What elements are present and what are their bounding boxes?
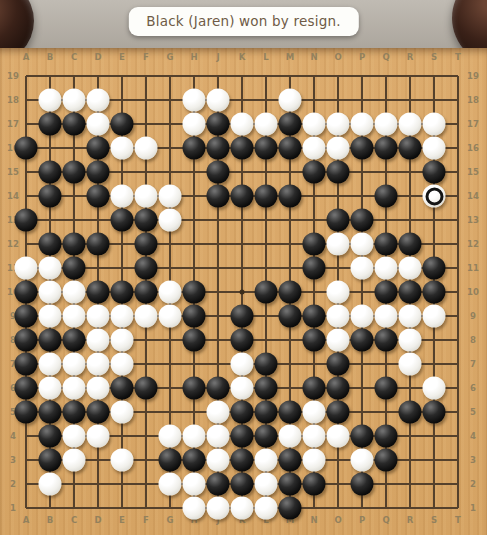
coord-label-row: 14 <box>7 192 19 201</box>
stone-black-K5 <box>231 401 254 424</box>
stone-white-B7 <box>39 353 62 376</box>
stone-black-K9 <box>231 305 254 328</box>
stone-white-Q9 <box>375 305 398 328</box>
stone-white-P3 <box>351 449 374 472</box>
coord-label-column: N <box>310 53 317 62</box>
coord-label-column: Q <box>382 53 389 62</box>
stone-white-S17 <box>423 113 446 136</box>
stone-black-H9 <box>183 305 206 328</box>
stone-black-N9 <box>303 305 326 328</box>
stone-black-D12 <box>87 233 110 256</box>
coord-label-row: 17 <box>467 120 479 129</box>
stone-white-G13 <box>159 209 182 232</box>
coord-label-row: 18 <box>467 96 479 105</box>
stone-white-N3 <box>303 449 326 472</box>
stone-white-O9 <box>327 305 350 328</box>
stone-white-J1 <box>207 497 230 520</box>
stone-black-Q12 <box>375 233 398 256</box>
stone-white-M18 <box>279 89 302 112</box>
stone-white-L1 <box>255 497 278 520</box>
stone-white-N16 <box>303 137 326 160</box>
game-result-banner: Black (Jaren) won by resign. <box>128 7 358 36</box>
stone-black-B4 <box>39 425 62 448</box>
stone-black-H16 <box>183 137 206 160</box>
stone-black-H10 <box>183 281 206 304</box>
coord-label-column: R <box>407 53 414 62</box>
stone-white-E8 <box>111 329 134 352</box>
stone-white-B11 <box>39 257 62 280</box>
coord-label-row: 11 <box>467 264 479 273</box>
coord-label-row: 12 <box>467 240 479 249</box>
stone-white-R17 <box>399 113 422 136</box>
stone-white-S16 <box>423 137 446 160</box>
stone-black-D16 <box>87 137 110 160</box>
stone-white-K1 <box>231 497 254 520</box>
stone-black-Q4 <box>375 425 398 448</box>
stone-black-P4 <box>351 425 374 448</box>
stone-white-S6 <box>423 377 446 400</box>
stone-white-P12 <box>351 233 374 256</box>
stone-black-A9 <box>15 305 38 328</box>
stone-white-J3 <box>207 449 230 472</box>
last-move-marker <box>425 187 443 205</box>
stone-white-J18 <box>207 89 230 112</box>
stone-black-K16 <box>231 137 254 160</box>
stone-white-D9 <box>87 305 110 328</box>
stone-black-C8 <box>63 329 86 352</box>
coord-label-row: 9 <box>470 312 476 321</box>
stone-black-B15 <box>39 161 62 184</box>
stone-white-G9 <box>159 305 182 328</box>
stone-black-N11 <box>303 257 326 280</box>
stone-black-J2 <box>207 473 230 496</box>
coord-label-row: 8 <box>470 336 476 345</box>
stone-black-Q8 <box>375 329 398 352</box>
stone-white-Q17 <box>375 113 398 136</box>
coord-label-column: H <box>190 53 197 62</box>
stone-black-O13 <box>327 209 350 232</box>
coord-label-row: 15 <box>467 168 479 177</box>
stone-black-P16 <box>351 137 374 160</box>
stone-black-D14 <box>87 185 110 208</box>
stone-black-O6 <box>327 377 350 400</box>
stone-white-J5 <box>207 401 230 424</box>
stone-white-O12 <box>327 233 350 256</box>
stone-black-Q3 <box>375 449 398 472</box>
stone-white-H2 <box>183 473 206 496</box>
coord-label-row: 19 <box>7 72 19 81</box>
stone-black-M17 <box>279 113 302 136</box>
coord-label-column: F <box>143 516 149 525</box>
stone-white-A11 <box>15 257 38 280</box>
stone-black-S15 <box>423 161 446 184</box>
stone-white-E7 <box>111 353 134 376</box>
stone-black-B5 <box>39 401 62 424</box>
stone-black-B14 <box>39 185 62 208</box>
stone-white-B6 <box>39 377 62 400</box>
stone-black-S11 <box>423 257 446 280</box>
stone-white-N4 <box>303 425 326 448</box>
coord-label-row: 15 <box>7 168 19 177</box>
stone-white-F14 <box>135 185 158 208</box>
stone-white-D7 <box>87 353 110 376</box>
stone-black-E17 <box>111 113 134 136</box>
stone-black-Q10 <box>375 281 398 304</box>
coord-label-row: 5 <box>470 408 476 417</box>
stone-black-P8 <box>351 329 374 352</box>
stone-black-A5 <box>15 401 38 424</box>
stone-white-D4 <box>87 425 110 448</box>
coord-label-column: T <box>455 516 461 525</box>
coord-label-column: O <box>334 53 341 62</box>
stone-black-N6 <box>303 377 326 400</box>
coord-label-column: E <box>119 53 125 62</box>
stone-black-A16 <box>15 137 38 160</box>
stone-black-D5 <box>87 401 110 424</box>
stone-black-K2 <box>231 473 254 496</box>
stone-black-F12 <box>135 233 158 256</box>
stone-white-C7 <box>63 353 86 376</box>
stone-black-E13 <box>111 209 134 232</box>
stone-white-G10 <box>159 281 182 304</box>
stone-black-D10 <box>87 281 110 304</box>
coord-label-column: D <box>94 53 101 62</box>
stone-black-J16 <box>207 137 230 160</box>
stone-black-P2 <box>351 473 374 496</box>
coord-label-column: G <box>167 53 174 62</box>
stone-white-Q11 <box>375 257 398 280</box>
coord-label-row: 3 <box>470 456 476 465</box>
stone-white-K17 <box>231 113 254 136</box>
stone-white-J4 <box>207 425 230 448</box>
stone-white-G2 <box>159 473 182 496</box>
stone-white-F16 <box>135 137 158 160</box>
stone-white-D18 <box>87 89 110 112</box>
coord-label-column: P <box>359 516 365 525</box>
stone-white-D8 <box>87 329 110 352</box>
stone-white-L17 <box>255 113 278 136</box>
stone-white-E16 <box>111 137 134 160</box>
stone-black-L14 <box>255 185 278 208</box>
stone-black-F11 <box>135 257 158 280</box>
go-game-screen: Black (Jaren) won by resign. AA1919BB181… <box>0 0 487 535</box>
stone-black-M14 <box>279 185 302 208</box>
stone-white-C18 <box>63 89 86 112</box>
stone-white-R9 <box>399 305 422 328</box>
coord-label-column: R <box>407 516 414 525</box>
coord-label-row: 4 <box>10 432 16 441</box>
stone-black-F6 <box>135 377 158 400</box>
stone-black-O5 <box>327 401 350 424</box>
stone-black-M10 <box>279 281 302 304</box>
coord-label-row: 1 <box>10 504 16 513</box>
coord-label-column: D <box>94 516 101 525</box>
stone-black-Q16 <box>375 137 398 160</box>
stone-white-E14 <box>111 185 134 208</box>
stone-black-L4 <box>255 425 278 448</box>
stone-white-R11 <box>399 257 422 280</box>
stone-black-M3 <box>279 449 302 472</box>
coord-label-column: A <box>23 53 30 62</box>
stone-black-C12 <box>63 233 86 256</box>
coord-label-row: 14 <box>467 192 479 201</box>
stone-black-R16 <box>399 137 422 160</box>
stone-white-G4 <box>159 425 182 448</box>
coord-label-column: B <box>47 516 53 525</box>
grid-line-vertical <box>457 76 459 508</box>
stone-black-R10 <box>399 281 422 304</box>
stone-white-L2 <box>255 473 278 496</box>
coord-label-column: F <box>143 53 149 62</box>
coord-label-column: J <box>216 53 219 62</box>
stone-black-K3 <box>231 449 254 472</box>
coord-label-column: C <box>71 516 77 525</box>
stone-black-Q6 <box>375 377 398 400</box>
stone-white-H1 <box>183 497 206 520</box>
stone-black-L6 <box>255 377 278 400</box>
stone-white-O10 <box>327 281 350 304</box>
stone-white-R7 <box>399 353 422 376</box>
stone-white-N17 <box>303 113 326 136</box>
coord-label-row: 4 <box>470 432 476 441</box>
stone-white-C10 <box>63 281 86 304</box>
stone-black-F10 <box>135 281 158 304</box>
stone-white-O8 <box>327 329 350 352</box>
stone-white-D17 <box>87 113 110 136</box>
stone-black-O15 <box>327 161 350 184</box>
stone-black-M2 <box>279 473 302 496</box>
stone-black-F13 <box>135 209 158 232</box>
coord-label-column: N <box>310 516 317 525</box>
stone-white-B10 <box>39 281 62 304</box>
coord-label-column: B <box>47 53 53 62</box>
stone-white-E5 <box>111 401 134 424</box>
stone-white-N5 <box>303 401 326 424</box>
stone-black-A7 <box>15 353 38 376</box>
stone-black-H6 <box>183 377 206 400</box>
stone-black-J17 <box>207 113 230 136</box>
coord-label-column: T <box>455 53 461 62</box>
stone-white-C4 <box>63 425 86 448</box>
stone-black-M16 <box>279 137 302 160</box>
stone-black-A10 <box>15 281 38 304</box>
stone-white-B9 <box>39 305 62 328</box>
stone-white-O4 <box>327 425 350 448</box>
stone-white-L3 <box>255 449 278 472</box>
stone-black-L5 <box>255 401 278 424</box>
stone-black-K14 <box>231 185 254 208</box>
stone-white-C3 <box>63 449 86 472</box>
stone-black-M1 <box>279 497 302 520</box>
stone-black-L7 <box>255 353 278 376</box>
stone-white-O17 <box>327 113 350 136</box>
stone-white-S9 <box>423 305 446 328</box>
coord-label-column: Q <box>382 516 389 525</box>
stone-white-R8 <box>399 329 422 352</box>
stone-black-J15 <box>207 161 230 184</box>
stone-white-O16 <box>327 137 350 160</box>
stone-black-E6 <box>111 377 134 400</box>
stone-white-C6 <box>63 377 86 400</box>
stone-black-Q14 <box>375 185 398 208</box>
star-point <box>240 290 245 295</box>
stone-white-G14 <box>159 185 182 208</box>
stone-black-C17 <box>63 113 86 136</box>
stone-black-N8 <box>303 329 326 352</box>
coord-label-row: 7 <box>470 360 476 369</box>
coord-label-row: 10 <box>467 288 479 297</box>
stone-black-A6 <box>15 377 38 400</box>
coord-label-column: C <box>71 53 77 62</box>
stone-white-H4 <box>183 425 206 448</box>
stone-black-B8 <box>39 329 62 352</box>
coord-label-column: K <box>239 53 246 62</box>
coord-label-row: 18 <box>7 96 19 105</box>
stone-black-B17 <box>39 113 62 136</box>
stone-black-G3 <box>159 449 182 472</box>
stone-white-P11 <box>351 257 374 280</box>
stone-white-B18 <box>39 89 62 112</box>
stone-black-P13 <box>351 209 374 232</box>
stone-black-B3 <box>39 449 62 472</box>
stone-black-L10 <box>255 281 278 304</box>
stone-black-K8 <box>231 329 254 352</box>
coord-label-row: 16 <box>467 144 479 153</box>
stone-black-J14 <box>207 185 230 208</box>
stone-black-C15 <box>63 161 86 184</box>
stone-black-O7 <box>327 353 350 376</box>
stone-black-N2 <box>303 473 326 496</box>
coord-label-column: M <box>286 53 294 62</box>
stone-black-D15 <box>87 161 110 184</box>
stone-white-B2 <box>39 473 62 496</box>
coord-label-row: 19 <box>467 72 479 81</box>
stone-white-K7 <box>231 353 254 376</box>
coord-label-column: L <box>263 53 268 62</box>
coord-label-column: E <box>119 516 125 525</box>
coord-label-row: 2 <box>470 480 476 489</box>
stone-white-P17 <box>351 113 374 136</box>
coord-label-column: A <box>23 516 30 525</box>
coord-label-column: S <box>431 53 437 62</box>
stone-white-P9 <box>351 305 374 328</box>
stone-white-H17 <box>183 113 206 136</box>
stone-black-E10 <box>111 281 134 304</box>
stone-black-M5 <box>279 401 302 424</box>
stone-black-L16 <box>255 137 278 160</box>
coord-label-row: 1 <box>470 504 476 513</box>
stone-black-S5 <box>423 401 446 424</box>
stone-white-M4 <box>279 425 302 448</box>
stone-white-D6 <box>87 377 110 400</box>
stone-black-R12 <box>399 233 422 256</box>
stone-black-A13 <box>15 209 38 232</box>
stone-white-C9 <box>63 305 86 328</box>
stone-white-K6 <box>231 377 254 400</box>
stone-black-H3 <box>183 449 206 472</box>
stone-black-C11 <box>63 257 86 280</box>
stone-black-S10 <box>423 281 446 304</box>
coord-label-column: G <box>167 516 174 525</box>
stone-black-N15 <box>303 161 326 184</box>
stone-black-N12 <box>303 233 326 256</box>
stone-black-A8 <box>15 329 38 352</box>
stone-black-R5 <box>399 401 422 424</box>
coord-label-row: 2 <box>10 480 16 489</box>
stone-black-K4 <box>231 425 254 448</box>
stone-white-E9 <box>111 305 134 328</box>
coord-label-column: S <box>431 516 437 525</box>
stone-black-C5 <box>63 401 86 424</box>
coord-label-column: P <box>359 53 365 62</box>
go-board[interactable]: AA1919BB1818CC1717DD1616EE1515FF1414GG13… <box>0 48 487 535</box>
stone-black-B12 <box>39 233 62 256</box>
coord-label-row: 6 <box>470 384 476 393</box>
stone-white-S14 <box>423 185 446 208</box>
stone-white-E3 <box>111 449 134 472</box>
coord-label-row: 12 <box>7 240 19 249</box>
coord-label-column: O <box>334 516 341 525</box>
stone-white-F9 <box>135 305 158 328</box>
coord-label-row: 13 <box>467 216 479 225</box>
stone-black-M9 <box>279 305 302 328</box>
coord-label-row: 17 <box>7 120 19 129</box>
stone-black-J6 <box>207 377 230 400</box>
coord-label-row: 3 <box>10 456 16 465</box>
stone-white-H18 <box>183 89 206 112</box>
stone-black-H8 <box>183 329 206 352</box>
